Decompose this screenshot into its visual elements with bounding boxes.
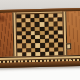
left-wood-panel [0, 12, 13, 57]
games-board [0, 8, 80, 68]
draughts-board-grid [16, 13, 63, 56]
inlay-square-ornament [66, 43, 71, 49]
